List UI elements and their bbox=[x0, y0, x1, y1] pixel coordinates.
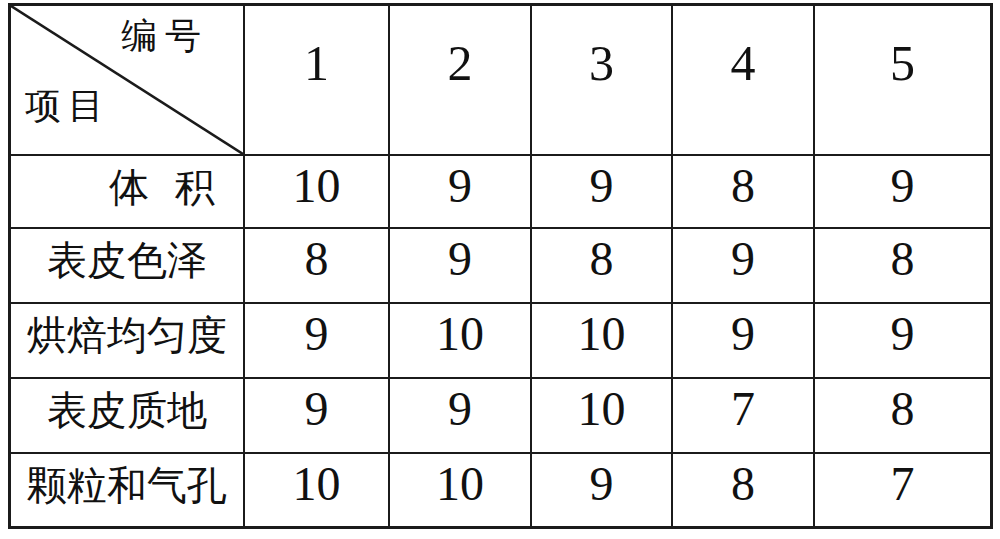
score-cell: 7 bbox=[815, 454, 990, 526]
score-cell: 9 bbox=[532, 156, 673, 229]
score-cell: 7 bbox=[673, 379, 815, 454]
score-cell: 9 bbox=[390, 229, 532, 304]
score-cell: 9 bbox=[815, 156, 990, 229]
score-cell: 9 bbox=[245, 379, 390, 454]
score-cell: 9 bbox=[390, 379, 532, 454]
score-cell: 10 bbox=[532, 379, 673, 454]
score-cell: 9 bbox=[815, 304, 990, 379]
score-cell: 9 bbox=[673, 304, 815, 379]
row-label: 烘焙均匀度 bbox=[11, 304, 245, 379]
column-header: 5 bbox=[815, 6, 990, 156]
score-cell: 8 bbox=[815, 229, 990, 304]
row-axis-label: 项目 bbox=[25, 82, 111, 131]
col-axis-label: 编号 bbox=[121, 12, 209, 61]
score-cell: 9 bbox=[390, 156, 532, 229]
row-label: 颗粒和气孔 bbox=[11, 454, 245, 526]
score-cell: 8 bbox=[673, 454, 815, 526]
column-header: 3 bbox=[532, 6, 673, 156]
column-header: 2 bbox=[390, 6, 532, 156]
row-label: 表皮色泽 bbox=[11, 229, 245, 304]
row-label: 体积 bbox=[11, 156, 245, 229]
score-cell: 8 bbox=[815, 379, 990, 454]
header-corner-cell: 编号 项目 bbox=[11, 6, 245, 156]
column-header: 1 bbox=[245, 6, 390, 156]
score-cell: 10 bbox=[245, 156, 390, 229]
score-table: 编号 项目 1 2 3 4 5 体积 10 9 9 8 9 表皮色泽 8 9 8… bbox=[8, 3, 993, 529]
row-label-text: 体积 bbox=[109, 164, 241, 212]
column-header: 4 bbox=[673, 6, 815, 156]
score-cell: 10 bbox=[245, 454, 390, 526]
score-cell: 9 bbox=[532, 454, 673, 526]
score-cell: 10 bbox=[390, 304, 532, 379]
score-cell: 9 bbox=[673, 229, 815, 304]
row-label: 表皮质地 bbox=[11, 379, 245, 454]
score-cell: 10 bbox=[532, 304, 673, 379]
score-cell: 9 bbox=[245, 304, 390, 379]
score-cell: 10 bbox=[390, 454, 532, 526]
score-cell: 8 bbox=[673, 156, 815, 229]
document-page: 编号 项目 1 2 3 4 5 体积 10 9 9 8 9 表皮色泽 8 9 8… bbox=[0, 0, 1000, 539]
score-cell: 8 bbox=[532, 229, 673, 304]
score-cell: 8 bbox=[245, 229, 390, 304]
